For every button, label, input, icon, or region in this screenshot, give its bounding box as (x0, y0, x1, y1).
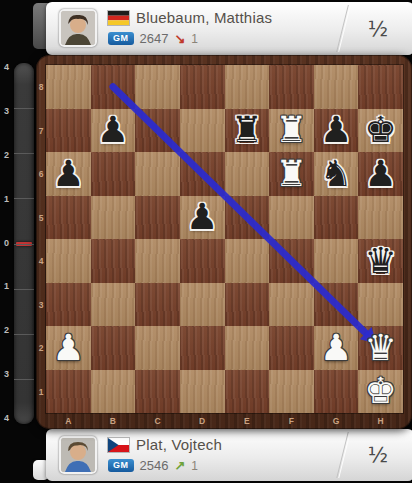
white-queen-h2[interactable]: ♛ (358, 326, 403, 370)
eval-scale-0: 0 (0, 238, 13, 248)
square-d3[interactable] (180, 283, 225, 327)
square-b5[interactable] (91, 196, 136, 240)
square-d8[interactable] (180, 65, 225, 109)
square-e3[interactable] (225, 283, 270, 327)
player-photo-top (59, 9, 97, 47)
square-g1[interactable] (314, 370, 359, 414)
eval-scale-4: 4 (0, 62, 13, 72)
white-rook-f6[interactable]: ♜ (269, 152, 314, 196)
white-pawn-a2[interactable]: ♟ (46, 326, 91, 370)
square-d2[interactable] (180, 326, 225, 370)
file-label-D: D (180, 416, 225, 426)
square-h8[interactable] (358, 65, 403, 109)
square-b3[interactable] (91, 283, 136, 327)
square-c1[interactable] (135, 370, 180, 414)
square-c7[interactable] (135, 109, 180, 153)
rank-label-5: 5 (36, 213, 46, 223)
square-h1[interactable]: ♚ (358, 370, 403, 414)
black-rook-e7[interactable]: ♜ (225, 109, 270, 153)
square-e1[interactable] (225, 370, 270, 414)
square-h6[interactable]: ♟ (358, 152, 403, 196)
square-c4[interactable] (135, 239, 180, 283)
file-label-G: G (314, 416, 359, 426)
eval-tick (14, 334, 34, 335)
square-c8[interactable] (135, 65, 180, 109)
file-label-F: F (269, 416, 314, 426)
evaluation-scale: 432101234 (0, 63, 13, 424)
rank-label-8: 8 (36, 82, 46, 92)
square-e8[interactable] (225, 65, 270, 109)
square-h7[interactable]: ♚ (358, 109, 403, 153)
score-divider-bottom (336, 432, 350, 478)
rank-coordinates: 87654321 (36, 65, 46, 413)
square-b1[interactable] (91, 370, 136, 414)
black-knight-g6[interactable]: ♞ (314, 152, 359, 196)
square-c6[interactable] (135, 152, 180, 196)
square-e2[interactable] (225, 326, 270, 370)
rank-label-6: 6 (36, 169, 46, 179)
rank-label-1: 1 (36, 387, 46, 397)
black-pawn-g7[interactable]: ♟ (314, 109, 359, 153)
square-h5[interactable] (358, 196, 403, 240)
player-photo-top-image (61, 11, 95, 45)
player-card-top[interactable]: Bluebaum, Matthias GM 2647 ↘ 1 ½ (46, 2, 412, 55)
eval-tick (14, 379, 34, 380)
player-name-top: Bluebaum, Matthias (136, 9, 272, 26)
file-label-B: B (91, 416, 136, 426)
square-f4[interactable] (269, 239, 314, 283)
eval-tick (14, 289, 34, 290)
title-badge-top: GM (108, 32, 134, 45)
square-e7[interactable]: ♜ (225, 109, 270, 153)
square-e6[interactable] (225, 152, 270, 196)
eval-scale-1: 1 (0, 281, 13, 291)
player-card-bottom[interactable]: Plat, Vojtech GM 2546 ↗ 1 ½ (46, 429, 412, 481)
square-a8[interactable] (46, 65, 91, 109)
square-a6[interactable]: ♟ (46, 152, 91, 196)
black-pawn-h6[interactable]: ♟ (358, 152, 403, 196)
square-g2[interactable]: ♟ (314, 326, 359, 370)
eval-tick (14, 244, 34, 245)
evaluation-track (14, 63, 34, 424)
black-king-h7[interactable]: ♚ (358, 109, 403, 153)
square-d4[interactable] (180, 239, 225, 283)
square-b8[interactable] (91, 65, 136, 109)
eval-scale-3: 3 (0, 369, 13, 379)
square-b6[interactable] (91, 152, 136, 196)
black-pawn-b7[interactable]: ♟ (91, 109, 136, 153)
square-c3[interactable] (135, 283, 180, 327)
square-g7[interactable]: ♟ (314, 109, 359, 153)
eval-scale-3: 3 (0, 106, 13, 116)
black-pawn-d5[interactable]: ♟ (180, 196, 225, 240)
square-a1[interactable] (46, 370, 91, 414)
square-f3[interactable] (269, 283, 314, 327)
player-name-bottom: Plat, Vojtech (136, 436, 222, 453)
square-h2[interactable]: ♛ (358, 326, 403, 370)
square-g6[interactable]: ♞ (314, 152, 359, 196)
square-a2[interactable]: ♟ (46, 326, 91, 370)
evaluation-bar: 432101234 (0, 63, 36, 424)
eval-tick (14, 198, 34, 199)
square-g3[interactable] (314, 283, 359, 327)
square-a3[interactable] (46, 283, 91, 327)
player-photo-bottom-image (61, 438, 95, 472)
square-e4[interactable] (225, 239, 270, 283)
rating-top: 2647 (140, 31, 169, 46)
rating-trend-down-icon: ↘ (174, 31, 185, 46)
file-label-H: H (358, 416, 403, 426)
white-king-h1[interactable]: ♚ (358, 370, 403, 414)
square-a4[interactable] (46, 239, 91, 283)
square-b2[interactable] (91, 326, 136, 370)
player-photo-bottom (59, 436, 97, 474)
square-f8[interactable] (269, 65, 314, 109)
eval-tick (14, 108, 34, 109)
title-badge-bottom: GM (108, 459, 134, 472)
board-grid: ♟♜♜♟♚♟♜♞♟♟♛♟♟♛♚ (46, 65, 403, 413)
flag-czech-icon (108, 438, 129, 452)
broadcast-view: Bluebaum, Matthias GM 2647 ↘ 1 ½ 4321012… (0, 0, 412, 483)
rating-trend-value-bottom: 1 (191, 459, 198, 473)
flag-germany-icon (108, 11, 129, 25)
chess-board: 87654321 ABCDEFGH ♟♜♜♟♚♟♜♞♟♟♛♟♟♛♚ (36, 55, 412, 429)
square-f7[interactable]: ♜ (269, 109, 314, 153)
square-c5[interactable] (135, 196, 180, 240)
score-section-bottom: ½ (342, 429, 412, 481)
square-e5[interactable] (225, 196, 270, 240)
black-queen-h4[interactable]: ♛ (358, 239, 403, 283)
square-h4[interactable]: ♛ (358, 239, 403, 283)
eval-scale-1: 1 (0, 194, 13, 204)
square-d5[interactable]: ♟ (180, 196, 225, 240)
eval-tick (14, 153, 34, 154)
square-b4[interactable] (91, 239, 136, 283)
square-g8[interactable] (314, 65, 359, 109)
black-pawn-a6[interactable]: ♟ (46, 152, 91, 196)
score-top: ½ (368, 17, 388, 41)
square-d1[interactable] (180, 370, 225, 414)
square-h3[interactable] (358, 283, 403, 327)
rating-bottom: 2546 (140, 458, 169, 473)
rank-label-3: 3 (36, 300, 46, 310)
rank-label-7: 7 (36, 126, 46, 136)
square-f1[interactable] (269, 370, 314, 414)
score-divider-top (336, 5, 351, 52)
file-coordinates: ABCDEFGH (46, 413, 403, 429)
eval-scale-4: 4 (0, 413, 13, 423)
square-f2[interactable] (269, 326, 314, 370)
square-a7[interactable] (46, 109, 91, 153)
file-label-A: A (46, 416, 91, 426)
rank-label-4: 4 (36, 256, 46, 266)
square-g5[interactable] (314, 196, 359, 240)
square-a5[interactable] (46, 196, 91, 240)
square-d6[interactable] (180, 152, 225, 196)
rank-label-2: 2 (36, 343, 46, 353)
score-section-top: ½ (342, 2, 412, 55)
eval-scale-2: 2 (0, 150, 13, 160)
white-rook-f7[interactable]: ♜ (269, 109, 314, 153)
square-f6[interactable]: ♜ (269, 152, 314, 196)
file-label-C: C (135, 416, 180, 426)
white-pawn-g2[interactable]: ♟ (314, 326, 359, 370)
square-d7[interactable] (180, 109, 225, 153)
eval-scale-2: 2 (0, 325, 13, 335)
rating-trend-value-top: 1 (191, 32, 198, 46)
square-f5[interactable] (269, 196, 314, 240)
file-label-E: E (225, 416, 270, 426)
square-b7[interactable]: ♟ (91, 109, 136, 153)
score-bottom: ½ (368, 443, 388, 467)
rating-trend-up-icon: ↗ (174, 458, 185, 473)
square-g4[interactable] (314, 239, 359, 283)
square-c2[interactable] (135, 326, 180, 370)
